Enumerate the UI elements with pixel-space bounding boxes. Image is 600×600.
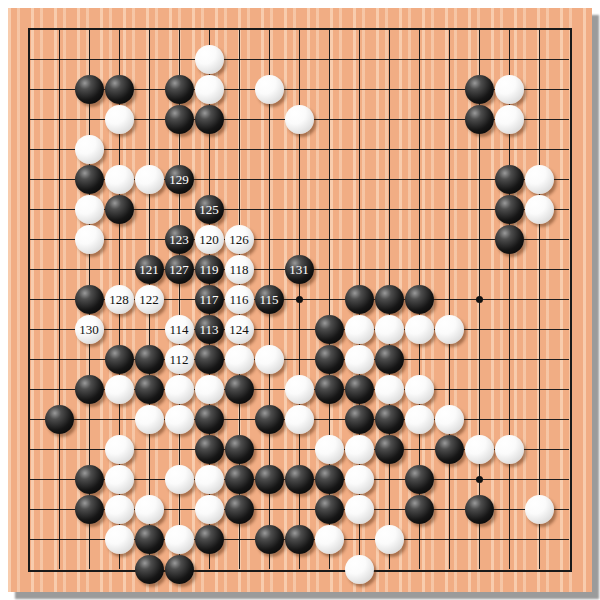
star-point	[476, 476, 483, 483]
move-number-label: 123	[169, 232, 189, 245]
star-point	[296, 296, 303, 303]
white-stone[interactable]	[105, 105, 134, 134]
black-stone[interactable]	[375, 405, 404, 434]
white-stone[interactable]	[195, 495, 224, 524]
black-stone[interactable]	[375, 435, 404, 464]
move-number-label: 126	[229, 232, 249, 245]
white-stone[interactable]	[195, 75, 224, 104]
black-stone[interactable]	[195, 345, 224, 374]
black-stone[interactable]	[135, 555, 164, 584]
white-stone[interactable]	[405, 375, 434, 404]
black-stone[interactable]	[165, 75, 194, 104]
black-stone[interactable]	[315, 375, 344, 404]
black-stone[interactable]	[405, 285, 434, 314]
white-stone[interactable]	[495, 435, 524, 464]
white-stone[interactable]	[375, 315, 404, 344]
black-stone[interactable]	[435, 435, 464, 464]
black-stone[interactable]	[105, 345, 134, 374]
white-stone[interactable]	[195, 465, 224, 494]
black-stone[interactable]: 129	[165, 165, 194, 194]
black-stone[interactable]	[345, 285, 374, 314]
white-stone[interactable]	[345, 345, 374, 374]
black-stone[interactable]	[75, 495, 104, 524]
white-stone[interactable]	[435, 315, 464, 344]
black-stone[interactable]	[255, 465, 284, 494]
move-number-label: 127	[169, 262, 189, 275]
black-stone[interactable]: 123	[165, 225, 194, 254]
black-stone[interactable]	[345, 375, 374, 404]
black-stone[interactable]	[495, 165, 524, 194]
move-number-label: 128	[109, 292, 129, 305]
white-stone[interactable]	[165, 375, 194, 404]
white-stone[interactable]	[75, 225, 104, 254]
black-stone[interactable]	[165, 555, 194, 584]
white-stone[interactable]: 130	[75, 315, 104, 344]
black-stone[interactable]	[225, 495, 254, 524]
white-stone[interactable]	[405, 405, 434, 434]
black-stone[interactable]: 131	[285, 255, 314, 284]
white-stone[interactable]	[105, 495, 134, 524]
black-stone[interactable]: 115	[255, 285, 284, 314]
move-number-label: 120	[199, 232, 219, 245]
white-stone[interactable]	[525, 195, 554, 224]
white-stone[interactable]	[255, 75, 284, 104]
move-number-label: 131	[289, 262, 309, 275]
black-stone[interactable]	[375, 285, 404, 314]
black-stone[interactable]: 119	[195, 255, 224, 284]
white-stone[interactable]: 116	[225, 285, 254, 314]
move-number-label: 121	[139, 262, 159, 275]
move-number-label: 122	[139, 292, 159, 305]
star-point	[476, 296, 483, 303]
white-stone[interactable]	[105, 165, 134, 194]
white-stone[interactable]: 124	[225, 315, 254, 344]
white-stone[interactable]	[75, 195, 104, 224]
black-stone[interactable]	[345, 405, 374, 434]
white-stone[interactable]	[285, 405, 314, 434]
black-stone[interactable]	[465, 105, 494, 134]
white-stone[interactable]: 128	[105, 285, 134, 314]
white-stone[interactable]	[345, 435, 374, 464]
grid-line-horizontal	[29, 329, 569, 330]
white-stone[interactable]	[525, 495, 554, 524]
white-stone[interactable]	[345, 555, 374, 584]
white-stone[interactable]	[105, 465, 134, 494]
black-stone[interactable]	[165, 105, 194, 134]
black-stone[interactable]: 125	[195, 195, 224, 224]
white-stone[interactable]	[435, 405, 464, 434]
white-stone[interactable]	[345, 465, 374, 494]
white-stone[interactable]	[405, 315, 434, 344]
black-stone[interactable]	[315, 495, 344, 524]
move-number-label: 118	[229, 262, 248, 275]
black-stone[interactable]	[315, 465, 344, 494]
white-stone[interactable]	[165, 525, 194, 554]
black-stone[interactable]	[195, 525, 224, 554]
grid-line-vertical	[449, 29, 450, 569]
white-stone[interactable]	[375, 525, 404, 554]
black-stone[interactable]	[45, 405, 74, 434]
black-stone[interactable]: 117	[195, 285, 224, 314]
move-number-label: 117	[199, 292, 218, 305]
grid-line-vertical	[539, 29, 540, 569]
black-stone[interactable]	[465, 75, 494, 104]
white-stone[interactable]	[225, 345, 254, 374]
black-stone[interactable]	[135, 375, 164, 404]
white-stone[interactable]	[285, 375, 314, 404]
black-stone[interactable]	[465, 495, 494, 524]
black-stone[interactable]	[495, 195, 524, 224]
move-number-label: 130	[79, 322, 99, 335]
move-number-label: 124	[229, 322, 249, 335]
black-stone[interactable]	[75, 375, 104, 404]
black-stone[interactable]	[315, 315, 344, 344]
move-number-label: 116	[229, 292, 248, 305]
black-stone[interactable]	[105, 75, 134, 104]
white-stone[interactable]	[105, 375, 134, 404]
black-stone[interactable]	[255, 525, 284, 554]
white-stone[interactable]: 118	[225, 255, 254, 284]
black-stone[interactable]	[225, 465, 254, 494]
black-stone[interactable]	[405, 465, 434, 494]
black-stone[interactable]	[195, 105, 224, 134]
white-stone[interactable]	[465, 435, 494, 464]
black-stone[interactable]	[195, 405, 224, 434]
white-stone[interactable]	[195, 375, 224, 404]
white-stone[interactable]	[105, 525, 134, 554]
black-stone[interactable]	[135, 525, 164, 554]
white-stone[interactable]: 126	[225, 225, 254, 254]
white-stone[interactable]: 112	[165, 345, 194, 374]
white-stone[interactable]	[165, 405, 194, 434]
black-stone[interactable]	[225, 375, 254, 404]
move-number-label: 129	[169, 172, 189, 185]
white-stone[interactable]	[135, 495, 164, 524]
move-number-label: 112	[169, 352, 188, 365]
black-stone[interactable]	[495, 225, 524, 254]
move-number-label: 114	[169, 322, 188, 335]
white-stone[interactable]	[285, 105, 314, 134]
black-stone[interactable]	[405, 495, 434, 524]
white-stone[interactable]	[315, 525, 344, 554]
black-stone[interactable]	[375, 345, 404, 374]
black-stone[interactable]	[105, 195, 134, 224]
white-stone[interactable]	[255, 345, 284, 374]
white-stone[interactable]	[495, 105, 524, 134]
black-stone[interactable]	[255, 405, 284, 434]
white-stone[interactable]: 114	[165, 315, 194, 344]
black-stone[interactable]	[75, 75, 104, 104]
move-number-label: 115	[259, 292, 278, 305]
black-stone[interactable]	[75, 165, 104, 194]
move-number-label: 113	[199, 322, 218, 335]
black-stone[interactable]	[225, 435, 254, 464]
white-stone[interactable]	[345, 315, 374, 344]
black-stone[interactable]	[285, 465, 314, 494]
white-stone[interactable]: 120	[195, 225, 224, 254]
white-stone[interactable]	[135, 405, 164, 434]
white-stone[interactable]	[105, 435, 134, 464]
black-stone[interactable]: 127	[165, 255, 194, 284]
white-stone[interactable]	[195, 45, 224, 74]
black-stone[interactable]: 121	[135, 255, 164, 284]
black-stone[interactable]	[75, 465, 104, 494]
white-stone[interactable]	[345, 495, 374, 524]
white-stone[interactable]	[75, 135, 104, 164]
black-stone[interactable]	[195, 435, 224, 464]
black-stone[interactable]	[285, 525, 314, 554]
move-number-label: 119	[199, 262, 218, 275]
white-stone[interactable]	[165, 465, 194, 494]
black-stone[interactable]	[315, 345, 344, 374]
white-stone[interactable]	[375, 375, 404, 404]
white-stone[interactable]	[315, 435, 344, 464]
black-stone[interactable]	[135, 345, 164, 374]
black-stone[interactable]: 113	[195, 315, 224, 344]
white-stone[interactable]	[135, 165, 164, 194]
go-board[interactable]: 1291251231201261211271191181311281221171…	[8, 8, 592, 592]
black-stone[interactable]	[75, 285, 104, 314]
white-stone[interactable]	[525, 165, 554, 194]
move-number-label: 125	[199, 202, 219, 215]
white-stone[interactable]	[495, 75, 524, 104]
white-stone[interactable]: 122	[135, 285, 164, 314]
